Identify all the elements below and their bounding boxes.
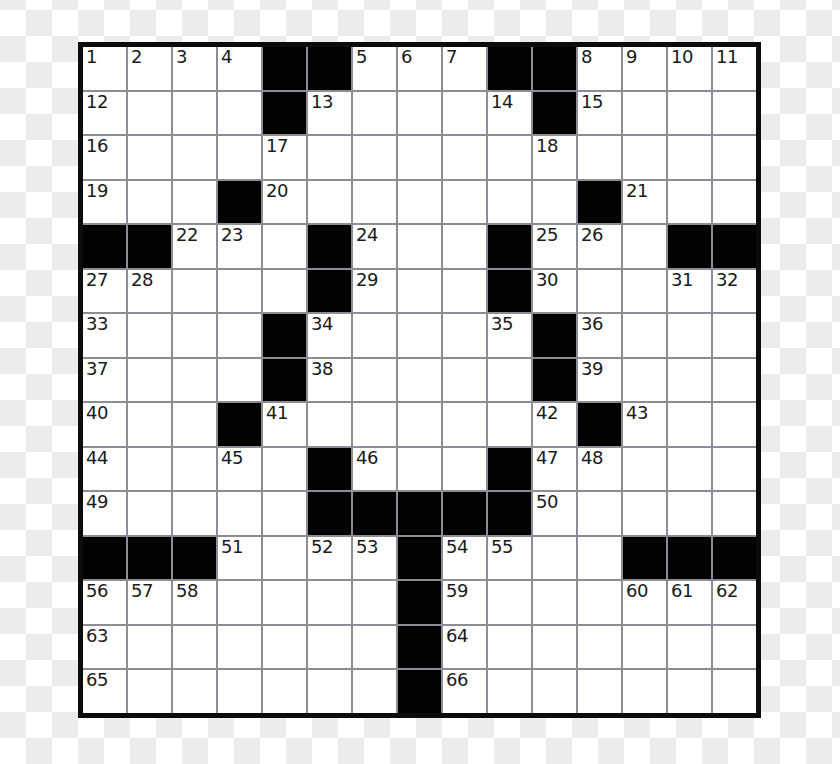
cell-r15c5[interactable] [263,670,306,713]
cell-r3c5[interactable]: 17 [263,136,306,179]
cell-r3c12[interactable] [578,136,621,179]
cell-r8c15[interactable] [713,359,756,402]
cell-r13c12[interactable] [578,581,621,624]
cell-r15c1[interactable]: 65 [83,670,126,713]
cell-r13c4[interactable] [218,581,261,624]
cell-r11c3[interactable] [173,492,216,535]
cell-r11c2[interactable] [128,492,171,535]
cell-r12c4[interactable]: 51 [218,537,261,580]
cell-r2c3[interactable] [173,92,216,135]
cell-r10c9[interactable] [443,448,486,491]
black-cell-r12c13 [623,537,666,580]
cell-r2c8[interactable] [398,92,441,135]
clue-number: 41 [266,403,288,424]
clue-number: 33 [86,314,108,335]
cell-r13c13[interactable]: 60 [623,581,666,624]
cell-r7c4[interactable] [218,314,261,357]
clue-number: 27 [86,270,108,291]
cell-r1c12[interactable]: 8 [578,47,621,90]
cell-r6c4[interactable] [218,270,261,313]
clue-number: 2 [131,47,142,68]
black-cell-r1c5 [263,47,306,90]
crossword-board: 1234567891011121314151617181920212223242… [78,42,761,718]
cell-r12c5[interactable] [263,537,306,580]
cell-r8c10[interactable] [488,359,531,402]
cell-r11c15[interactable] [713,492,756,535]
clue-number: 5 [356,47,367,68]
clue-number: 30 [536,270,558,291]
cell-r12c11[interactable] [533,537,576,580]
cell-r15c3[interactable] [173,670,216,713]
black-cell-r8c5 [263,359,306,402]
black-cell-r12c14 [668,537,711,580]
cell-r3c8[interactable] [398,136,441,179]
cell-r6c8[interactable] [398,270,441,313]
clue-number: 13 [311,92,333,113]
cell-r10c12[interactable]: 48 [578,448,621,491]
clue-number: 63 [86,626,108,647]
cell-r5c11[interactable]: 25 [533,225,576,268]
cell-r14c6[interactable] [308,626,351,669]
cell-r3c14[interactable] [668,136,711,179]
cell-r15c7[interactable] [353,670,396,713]
cell-r13c6[interactable] [308,581,351,624]
cell-r7c6[interactable]: 34 [308,314,351,357]
cell-r14c9[interactable]: 64 [443,626,486,669]
cell-r8c3[interactable] [173,359,216,402]
black-cell-r12c1 [83,537,126,580]
clue-number: 42 [536,403,558,424]
black-cell-r4c4 [218,181,261,224]
cell-r8c1[interactable]: 37 [83,359,126,402]
clue-number: 35 [491,314,513,335]
cell-r13c14[interactable]: 61 [668,581,711,624]
cell-r10c7[interactable]: 46 [353,448,396,491]
cell-r14c11[interactable] [533,626,576,669]
clue-number: 28 [131,270,153,291]
clue-number: 11 [716,47,738,68]
cell-r11c13[interactable] [623,492,666,535]
black-cell-r12c15 [713,537,756,580]
clue-number: 56 [86,581,108,602]
cell-r10c3[interactable] [173,448,216,491]
cell-r4c13[interactable]: 21 [623,181,666,224]
black-cell-r5c10 [488,225,531,268]
cell-r4c8[interactable] [398,181,441,224]
clue-number: 51 [221,537,243,558]
clue-number: 21 [626,181,648,202]
cell-r2c14[interactable] [668,92,711,135]
cell-r1c2[interactable]: 2 [128,47,171,90]
cell-r14c3[interactable] [173,626,216,669]
cell-r4c14[interactable] [668,181,711,224]
black-cell-r5c14 [668,225,711,268]
cell-r15c14[interactable] [668,670,711,713]
cell-r14c10[interactable] [488,626,531,669]
cell-r8c4[interactable] [218,359,261,402]
cell-r7c12[interactable]: 36 [578,314,621,357]
black-cell-r9c12 [578,403,621,446]
cell-r6c14[interactable]: 31 [668,270,711,313]
cell-r7c3[interactable] [173,314,216,357]
clue-number: 46 [356,448,378,469]
cell-r2c10[interactable]: 14 [488,92,531,135]
cell-r9c5[interactable]: 41 [263,403,306,446]
black-cell-r7c5 [263,314,306,357]
clue-number: 22 [176,225,198,246]
clue-number: 32 [716,270,738,291]
cell-r3c10[interactable] [488,136,531,179]
cell-r5c12[interactable]: 26 [578,225,621,268]
cell-r6c13[interactable] [623,270,666,313]
cell-r4c10[interactable] [488,181,531,224]
cell-r1c9[interactable]: 7 [443,47,486,90]
cell-r1c13[interactable]: 9 [623,47,666,90]
cell-r8c14[interactable] [668,359,711,402]
cell-r3c15[interactable] [713,136,756,179]
cell-r12c7[interactable]: 53 [353,537,396,580]
cell-r2c1[interactable]: 12 [83,92,126,135]
black-cell-r4c12 [578,181,621,224]
cell-r9c3[interactable] [173,403,216,446]
cell-r15c9[interactable]: 66 [443,670,486,713]
cell-r5c13[interactable] [623,225,666,268]
cell-r5c5[interactable] [263,225,306,268]
cell-r6c15[interactable]: 32 [713,270,756,313]
cell-r15c12[interactable] [578,670,621,713]
cell-r14c7[interactable] [353,626,396,669]
black-cell-r14c8 [398,626,441,669]
cell-r13c7[interactable] [353,581,396,624]
cell-r11c12[interactable] [578,492,621,535]
cell-r12c10[interactable]: 55 [488,537,531,580]
cell-r14c15[interactable] [713,626,756,669]
cell-r4c2[interactable] [128,181,171,224]
cell-r8c7[interactable] [353,359,396,402]
cell-r10c13[interactable] [623,448,666,491]
cell-r10c15[interactable] [713,448,756,491]
cell-r10c5[interactable] [263,448,306,491]
cell-r6c1[interactable]: 27 [83,270,126,313]
clue-number: 15 [581,92,603,113]
cell-r11c4[interactable] [218,492,261,535]
clue-number: 54 [446,537,468,558]
black-cell-r6c6 [308,270,351,313]
cell-r9c10[interactable] [488,403,531,446]
clue-number: 44 [86,448,108,469]
cell-r14c1[interactable]: 63 [83,626,126,669]
cell-r5c4[interactable]: 23 [218,225,261,268]
cell-r15c6[interactable] [308,670,351,713]
clue-number: 25 [536,225,558,246]
clue-number: 16 [86,136,108,157]
cell-r3c6[interactable] [308,136,351,179]
black-cell-r2c11 [533,92,576,135]
cell-r11c5[interactable] [263,492,306,535]
clue-number: 9 [626,47,637,68]
cell-r15c11[interactable] [533,670,576,713]
clue-number: 45 [221,448,243,469]
cell-r14c2[interactable] [128,626,171,669]
cell-r5c3[interactable]: 22 [173,225,216,268]
cell-r4c6[interactable] [308,181,351,224]
clue-number: 64 [446,626,468,647]
cell-r2c13[interactable] [623,92,666,135]
cell-r12c9[interactable]: 54 [443,537,486,580]
black-cell-r9c4 [218,403,261,446]
clue-number: 12 [86,92,108,113]
clue-number: 61 [671,581,693,602]
cell-r5c7[interactable]: 24 [353,225,396,268]
cell-r9c14[interactable] [668,403,711,446]
cell-r13c3[interactable]: 58 [173,581,216,624]
clue-number: 57 [131,581,153,602]
cell-r11c1[interactable]: 49 [83,492,126,535]
black-cell-r1c6 [308,47,351,90]
cell-r9c11[interactable]: 42 [533,403,576,446]
cell-r11c14[interactable] [668,492,711,535]
cell-r6c5[interactable] [263,270,306,313]
cell-r9c13[interactable]: 43 [623,403,666,446]
cell-r13c15[interactable]: 62 [713,581,756,624]
clue-number: 29 [356,270,378,291]
clue-number: 52 [311,537,333,558]
cell-r13c10[interactable] [488,581,531,624]
black-cell-r5c2 [128,225,171,268]
cell-r10c4[interactable]: 45 [218,448,261,491]
cell-r13c1[interactable]: 56 [83,581,126,624]
clue-number: 47 [536,448,558,469]
black-cell-r2c5 [263,92,306,135]
black-cell-r5c15 [713,225,756,268]
clue-number: 10 [671,47,693,68]
cell-r3c4[interactable] [218,136,261,179]
cell-r9c6[interactable] [308,403,351,446]
cell-r3c13[interactable] [623,136,666,179]
cell-r14c14[interactable] [668,626,711,669]
black-cell-r11c9 [443,492,486,535]
cell-r7c7[interactable] [353,314,396,357]
cell-r4c3[interactable] [173,181,216,224]
cell-r3c2[interactable] [128,136,171,179]
black-cell-r10c10 [488,448,531,491]
cell-r2c15[interactable] [713,92,756,135]
cell-r15c13[interactable] [623,670,666,713]
cell-r8c8[interactable] [398,359,441,402]
cell-r8c12[interactable]: 39 [578,359,621,402]
cell-r5c9[interactable] [443,225,486,268]
clue-number: 39 [581,359,603,380]
cell-r15c4[interactable] [218,670,261,713]
clue-number: 17 [266,136,288,157]
cell-r6c12[interactable] [578,270,621,313]
cell-r7c10[interactable]: 35 [488,314,531,357]
transparent-checker-background: { "game": "crossword", "board": { "rows"… [0,0,840,764]
cell-r2c12[interactable]: 15 [578,92,621,135]
clue-number: 1 [86,47,97,68]
clue-number: 55 [491,537,513,558]
cell-r13c9[interactable]: 59 [443,581,486,624]
clue-number: 19 [86,181,108,202]
cell-r1c4[interactable]: 4 [218,47,261,90]
cell-r13c11[interactable] [533,581,576,624]
cell-r8c6[interactable]: 38 [308,359,351,402]
cell-r3c7[interactable] [353,136,396,179]
clue-number: 24 [356,225,378,246]
black-cell-r5c1 [83,225,126,268]
clue-number: 23 [221,225,243,246]
clue-number: 26 [581,225,603,246]
cell-r1c1[interactable]: 1 [83,47,126,90]
cell-r1c3[interactable]: 3 [173,47,216,90]
cell-r2c7[interactable] [353,92,396,135]
clue-number: 48 [581,448,603,469]
clue-number: 20 [266,181,288,202]
clue-number: 53 [356,537,378,558]
cell-r9c2[interactable] [128,403,171,446]
cell-r4c9[interactable] [443,181,486,224]
cell-r1c14[interactable]: 10 [668,47,711,90]
clue-number: 8 [581,47,592,68]
clue-number: 62 [716,581,738,602]
cell-r9c8[interactable] [398,403,441,446]
cell-r4c15[interactable] [713,181,756,224]
cell-r12c12[interactable] [578,537,621,580]
black-cell-r11c7 [353,492,396,535]
clue-number: 14 [491,92,513,113]
clue-number: 58 [176,581,198,602]
cell-r10c2[interactable] [128,448,171,491]
cell-r12c6[interactable]: 52 [308,537,351,580]
cell-r13c2[interactable]: 57 [128,581,171,624]
cell-r10c8[interactable] [398,448,441,491]
cell-r2c6[interactable]: 13 [308,92,351,135]
cell-r7c9[interactable] [443,314,486,357]
cell-r3c11[interactable]: 18 [533,136,576,179]
black-cell-r1c11 [533,47,576,90]
cell-r14c5[interactable] [263,626,306,669]
cell-r7c1[interactable]: 33 [83,314,126,357]
cell-r7c13[interactable] [623,314,666,357]
cell-r4c11[interactable] [533,181,576,224]
clue-number: 50 [536,492,558,513]
cell-r10c14[interactable] [668,448,711,491]
cell-r2c4[interactable] [218,92,261,135]
clue-number: 36 [581,314,603,335]
clue-number: 31 [671,270,693,291]
cell-r6c3[interactable] [173,270,216,313]
clue-number: 43 [626,403,648,424]
cell-r7c15[interactable] [713,314,756,357]
cell-r8c9[interactable] [443,359,486,402]
black-cell-r6c10 [488,270,531,313]
black-cell-r8c11 [533,359,576,402]
cell-r7c2[interactable] [128,314,171,357]
black-cell-r11c10 [488,492,531,535]
cell-r2c9[interactable] [443,92,486,135]
clue-number: 66 [446,670,468,691]
cell-r6c11[interactable]: 30 [533,270,576,313]
black-cell-r5c6 [308,225,351,268]
cell-r15c15[interactable] [713,670,756,713]
cell-r10c11[interactable]: 47 [533,448,576,491]
cell-r2c2[interactable] [128,92,171,135]
clue-number: 59 [446,581,468,602]
cell-r14c13[interactable] [623,626,666,669]
cell-r4c1[interactable]: 19 [83,181,126,224]
cell-r13c5[interactable] [263,581,306,624]
cell-r9c9[interactable] [443,403,486,446]
clue-number: 40 [86,403,108,424]
cell-r9c15[interactable] [713,403,756,446]
cell-r7c14[interactable] [668,314,711,357]
clue-number: 3 [176,47,187,68]
cell-r1c15[interactable]: 11 [713,47,756,90]
clue-number: 65 [86,670,108,691]
black-cell-r1c10 [488,47,531,90]
cell-r6c9[interactable] [443,270,486,313]
cell-r4c7[interactable] [353,181,396,224]
cell-r14c12[interactable] [578,626,621,669]
cell-r11c11[interactable]: 50 [533,492,576,535]
cell-r1c8[interactable]: 6 [398,47,441,90]
cell-r3c9[interactable] [443,136,486,179]
cell-r8c13[interactable] [623,359,666,402]
cell-r6c2[interactable]: 28 [128,270,171,313]
cell-r15c10[interactable] [488,670,531,713]
clue-number: 4 [221,47,232,68]
cell-r10c1[interactable]: 44 [83,448,126,491]
cell-r15c2[interactable] [128,670,171,713]
clue-number: 6 [401,47,412,68]
cell-r4c5[interactable]: 20 [263,181,306,224]
black-cell-r15c8 [398,670,441,713]
clue-number: 34 [311,314,333,335]
black-cell-r10c6 [308,448,351,491]
black-cell-r11c8 [398,492,441,535]
cell-r3c1[interactable]: 16 [83,136,126,179]
cell-r14c4[interactable] [218,626,261,669]
clue-number: 60 [626,581,648,602]
clue-number: 49 [86,492,108,513]
black-cell-r11c6 [308,492,351,535]
black-cell-r13c8 [398,581,441,624]
cell-r7c8[interactable] [398,314,441,357]
clue-number: 38 [311,359,333,380]
black-cell-r12c8 [398,537,441,580]
cell-r9c1[interactable]: 40 [83,403,126,446]
clue-number: 37 [86,359,108,380]
cell-r5c8[interactable] [398,225,441,268]
cell-r9c7[interactable] [353,403,396,446]
clue-number: 18 [536,136,558,157]
clue-number: 7 [446,47,457,68]
cell-r6c7[interactable]: 29 [353,270,396,313]
cell-r8c2[interactable] [128,359,171,402]
black-cell-r12c2 [128,537,171,580]
cell-r3c3[interactable] [173,136,216,179]
black-cell-r12c3 [173,537,216,580]
cell-r1c7[interactable]: 5 [353,47,396,90]
black-cell-r7c11 [533,314,576,357]
